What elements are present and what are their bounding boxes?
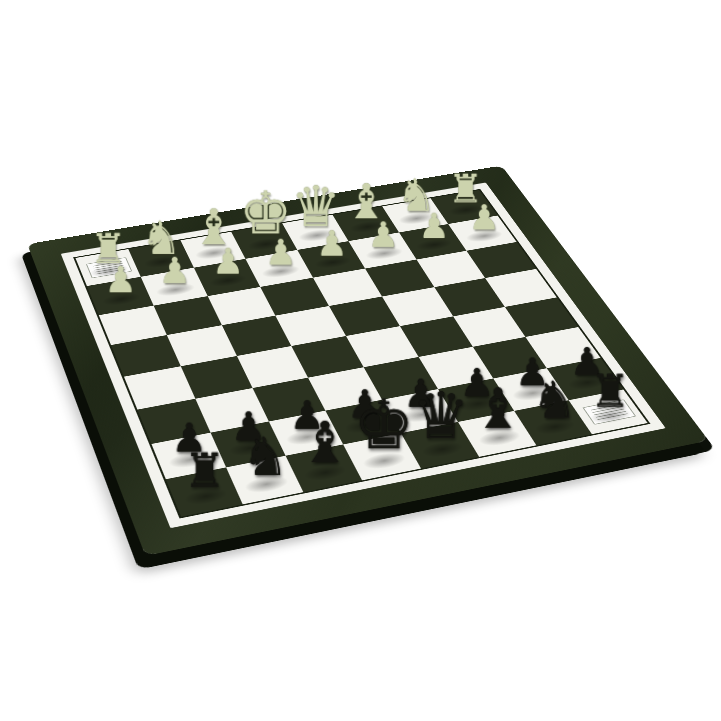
black-knight-b8[interactable]: ♞ (531, 374, 577, 425)
corner-sticker (85, 257, 131, 278)
black-rook-a8[interactable]: ♜ (589, 369, 630, 414)
black-rook-h8[interactable]: ♜ (183, 447, 226, 495)
black-king-e8[interactable]: ♚ (352, 391, 413, 459)
black-queen-d8[interactable]: ♛ (412, 383, 470, 447)
scene: ♜♞♝♚♛♝♞♜♟♟♟♟♟♟♟♟♟♟♟♟♟♟♟♟♜♞♝♚♛♝♞♜ (0, 0, 721, 721)
black-bishop-c8[interactable]: ♝ (473, 380, 523, 435)
black-knight-g8[interactable]: ♞ (241, 430, 288, 483)
chess-board: ♜♞♝♚♛♝♞♜♟♟♟♟♟♟♟♟♟♟♟♟♟♟♟♟♜♞♝♚♛♝♞♜ (27, 165, 708, 555)
black-bishop-f8[interactable]: ♝ (299, 414, 350, 471)
photo-background: ♜♞♝♚♛♝♞♜♟♟♟♟♟♟♟♟♟♟♟♟♟♟♟♟♜♞♝♚♛♝♞♜ (0, 0, 721, 721)
